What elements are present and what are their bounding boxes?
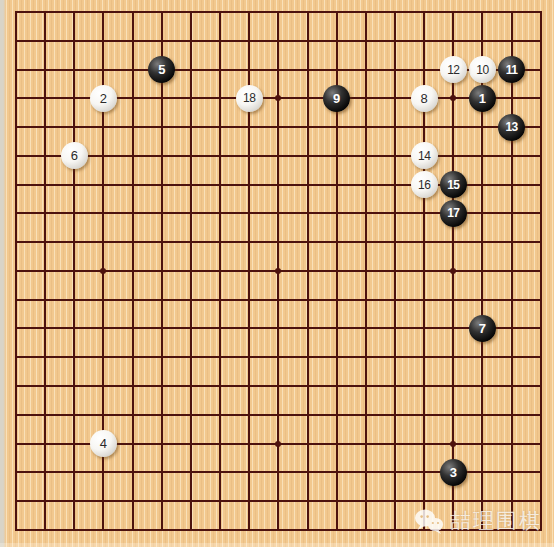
stone-black-11[interactable]: 11 xyxy=(498,56,525,83)
go-diagram-screenshot: 123456789101112131415161718 喆理围棋 xyxy=(0,0,554,547)
stone-black-3[interactable]: 3 xyxy=(440,459,467,486)
grid-line-horizontal xyxy=(15,299,542,301)
stone-white-12[interactable]: 12 xyxy=(440,56,467,83)
stone-white-18[interactable]: 18 xyxy=(236,85,263,112)
grid-line-horizontal xyxy=(15,327,542,329)
star-point xyxy=(450,95,456,101)
stone-black-15[interactable]: 15 xyxy=(440,171,467,198)
grid-line-horizontal xyxy=(15,500,542,502)
stone-black-13[interactable]: 13 xyxy=(498,114,525,141)
grid-line-horizontal xyxy=(15,414,542,416)
stone-black-5[interactable]: 5 xyxy=(148,56,175,83)
grid-line-horizontal xyxy=(15,385,542,387)
stone-white-4[interactable]: 4 xyxy=(90,430,117,457)
stone-white-2[interactable]: 2 xyxy=(90,85,117,112)
stone-black-17[interactable]: 17 xyxy=(440,200,467,227)
go-board[interactable]: 123456789101112131415161718 xyxy=(0,0,554,547)
star-point xyxy=(275,95,281,101)
star-point xyxy=(100,268,106,274)
stone-white-16[interactable]: 16 xyxy=(411,171,438,198)
grid-line-horizontal xyxy=(15,356,542,358)
grid-line-vertical xyxy=(365,11,367,531)
stone-white-14[interactable]: 14 xyxy=(411,142,438,169)
grid-line-vertical xyxy=(307,11,309,531)
star-point xyxy=(275,441,281,447)
stone-black-1[interactable]: 1 xyxy=(469,85,496,112)
stone-white-10[interactable]: 10 xyxy=(469,56,496,83)
star-point xyxy=(275,268,281,274)
stone-black-7[interactable]: 7 xyxy=(469,315,496,342)
grid-line-horizontal xyxy=(15,529,542,531)
stone-white-8[interactable]: 8 xyxy=(411,85,438,112)
star-point xyxy=(450,268,456,274)
bottom-edge-strip xyxy=(0,543,554,547)
grid-line-vertical xyxy=(394,11,396,531)
stone-white-6[interactable]: 6 xyxy=(61,142,88,169)
star-point xyxy=(450,441,456,447)
stone-black-9[interactable]: 9 xyxy=(323,85,350,112)
grid-line-vertical xyxy=(540,11,542,531)
grid-line-vertical xyxy=(511,11,513,531)
